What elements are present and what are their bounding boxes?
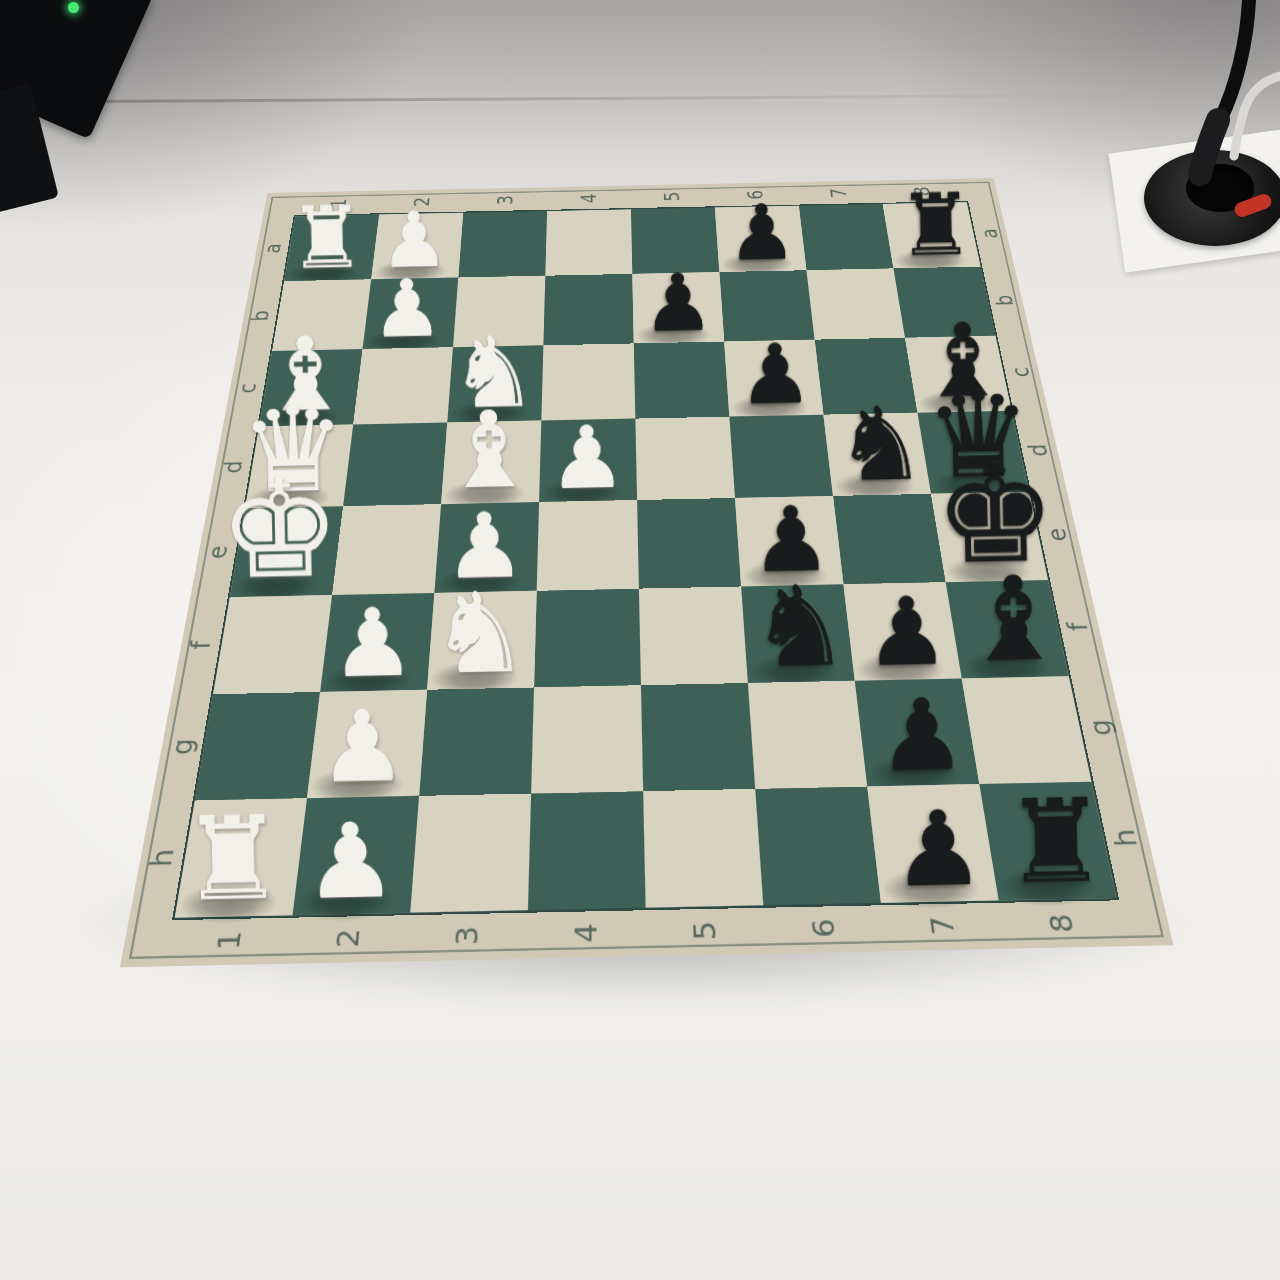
white-pawn-h2: ♟ (303, 812, 398, 912)
square-f8: ♝ (946, 580, 1069, 679)
square-b5: ♟ (632, 272, 724, 343)
square-d4: ♟ (539, 419, 637, 502)
square-e7 (833, 494, 946, 584)
black-knight-d7: ♞ (834, 395, 927, 494)
square-h7: ♟ (867, 784, 998, 903)
square-f2: ♟ (320, 593, 434, 692)
file-label-right-b: b (958, 286, 1053, 315)
rank-label-top-5: 5 (655, 166, 690, 228)
rank-label-top-4: 4 (573, 168, 606, 230)
square-h5 (643, 789, 763, 908)
square-e1: ♚ (230, 506, 343, 597)
square-g8 (962, 676, 1092, 784)
square-f4 (534, 589, 641, 688)
square-d7: ♞ (823, 413, 931, 496)
file-label-left-a: a (228, 235, 318, 262)
square-g7: ♟ (855, 679, 980, 787)
square-h1: ♜ (175, 798, 307, 917)
white-pawn-b2: ♟ (371, 271, 444, 348)
rank-label-top-6: 6 (737, 164, 775, 226)
square-c6: ♟ (724, 340, 823, 417)
white-pawn-g2: ♟ (317, 701, 407, 796)
square-g3 (419, 687, 534, 795)
square-b2: ♟ (363, 278, 459, 350)
black-pawn-c6: ♟ (738, 335, 814, 415)
square-c2 (353, 347, 453, 424)
square-e5 (637, 498, 741, 589)
white-bishop-d3: ♝ (441, 400, 538, 503)
white-pawn-d4: ♟ (548, 417, 627, 500)
black-bishop-f8: ♝ (961, 565, 1067, 677)
square-g2: ♟ (307, 690, 427, 798)
square-h8: ♜ (979, 782, 1116, 901)
square-b7 (806, 268, 905, 339)
square-f5 (639, 586, 748, 685)
black-pawn-b5: ♟ (642, 265, 715, 342)
board-scene: 12345678 12345678 abcdefgh abcdefgh ♜♟♟♜… (0, 0, 1280, 1280)
white-rook-h1: ♜ (180, 803, 286, 915)
square-e4 (537, 500, 639, 591)
square-g4 (531, 685, 643, 793)
file-label-right-a: a (945, 220, 1036, 247)
square-c5 (634, 342, 730, 419)
square-g5 (641, 683, 755, 791)
square-h6 (755, 786, 881, 905)
file-label-right-c: c (972, 357, 1071, 388)
file-label-left-b: b (214, 301, 308, 330)
square-d6 (729, 415, 833, 498)
square-f7: ♟ (843, 582, 961, 681)
white-knight-f3: ♞ (429, 580, 531, 688)
square-h2: ♟ (293, 796, 420, 915)
black-pawn-g7: ♟ (877, 689, 967, 784)
rank-label-top-2: 2 (403, 171, 441, 233)
square-d5 (635, 417, 735, 500)
white-king-e1: ♚ (218, 464, 342, 595)
square-g6 (748, 681, 867, 789)
rank-label-top-3: 3 (488, 169, 523, 231)
square-d2 (343, 423, 447, 507)
square-h4 (528, 791, 646, 910)
square-e2 (332, 504, 441, 595)
chess-board: 12345678 12345678 abcdefgh abcdefgh ♜♟♟♜… (120, 178, 1173, 967)
square-f3: ♞ (427, 591, 537, 690)
square-d3: ♝ (441, 421, 541, 505)
white-pawn-f2: ♟ (330, 599, 416, 690)
square-f6: ♞ (741, 584, 855, 683)
square-f1 (213, 595, 332, 694)
black-rook-h8: ♜ (1003, 786, 1109, 898)
file-label-left-c: c (199, 373, 296, 404)
black-pawn-h7: ♟ (891, 800, 986, 900)
rank-label-top-7: 7 (819, 163, 860, 225)
square-b4 (543, 274, 633, 345)
black-pawn-f7: ♟ (864, 588, 950, 679)
square-g1 (195, 692, 320, 801)
black-knight-f6: ♞ (749, 573, 851, 681)
square-h3 (410, 794, 531, 913)
